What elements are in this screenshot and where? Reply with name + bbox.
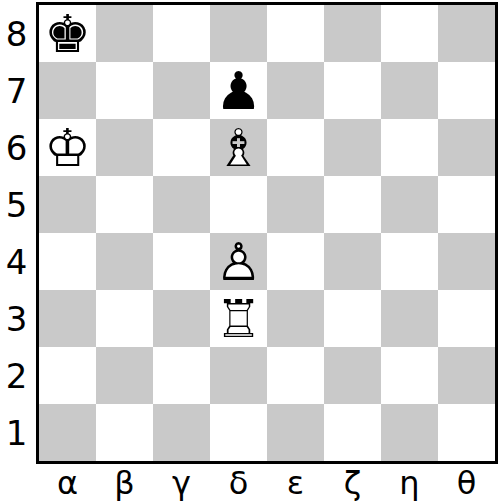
- square-a6[interactable]: ♚♔: [39, 119, 96, 176]
- square-d6[interactable]: ♝♗: [210, 119, 267, 176]
- rank-label-3: 3: [0, 290, 33, 347]
- square-a7[interactable]: [39, 62, 96, 119]
- square-f6[interactable]: [324, 119, 381, 176]
- square-h7[interactable]: [438, 62, 495, 119]
- square-a4[interactable]: [39, 233, 96, 290]
- square-d4[interactable]: ♟♙: [210, 233, 267, 290]
- square-b2[interactable]: [96, 347, 153, 404]
- square-g8[interactable]: [381, 5, 438, 62]
- square-g2[interactable]: [381, 347, 438, 404]
- piece-black-king: ♚: [39, 5, 96, 62]
- file-label-e: ε: [267, 464, 324, 502]
- rank-label-7: 7: [0, 62, 33, 119]
- file-label-c: γ: [153, 464, 210, 502]
- square-e8[interactable]: [267, 5, 324, 62]
- piece-white-king: ♚♔: [39, 119, 96, 176]
- square-c6[interactable]: [153, 119, 210, 176]
- square-e2[interactable]: [267, 347, 324, 404]
- square-c4[interactable]: [153, 233, 210, 290]
- file-labels: αβγδεζηθ: [39, 464, 495, 502]
- file-label-f: ζ: [324, 464, 381, 502]
- square-f2[interactable]: [324, 347, 381, 404]
- square-g3[interactable]: [381, 290, 438, 347]
- file-label-b: β: [96, 464, 153, 502]
- square-h6[interactable]: [438, 119, 495, 176]
- square-f4[interactable]: [324, 233, 381, 290]
- square-g5[interactable]: [381, 176, 438, 233]
- square-e5[interactable]: [267, 176, 324, 233]
- rank-label-4: 4: [0, 233, 33, 290]
- square-g6[interactable]: [381, 119, 438, 176]
- square-a3[interactable]: [39, 290, 96, 347]
- square-b5[interactable]: [96, 176, 153, 233]
- square-e1[interactable]: [267, 404, 324, 461]
- piece-white-pawn: ♟♙: [210, 233, 267, 290]
- square-d7[interactable]: ♟: [210, 62, 267, 119]
- square-a5[interactable]: [39, 176, 96, 233]
- piece-black-pawn: ♟: [210, 62, 267, 119]
- square-a2[interactable]: [39, 347, 96, 404]
- square-f3[interactable]: [324, 290, 381, 347]
- square-b6[interactable]: [96, 119, 153, 176]
- piece-white-bishop: ♝♗: [210, 119, 267, 176]
- file-label-h: θ: [438, 464, 495, 502]
- square-c2[interactable]: [153, 347, 210, 404]
- file-label-d: δ: [210, 464, 267, 502]
- square-c5[interactable]: [153, 176, 210, 233]
- square-d5[interactable]: [210, 176, 267, 233]
- file-label-g: η: [381, 464, 438, 502]
- square-h4[interactable]: [438, 233, 495, 290]
- white-king-icon: ♔: [39, 119, 96, 176]
- square-d2[interactable]: [210, 347, 267, 404]
- square-e7[interactable]: [267, 62, 324, 119]
- rank-labels: 87654321: [0, 5, 33, 461]
- square-e4[interactable]: [267, 233, 324, 290]
- chess-diagram: 87654321 ♚♟♚♔♝♗♟♙♜♖ αβγδεζηθ: [0, 0, 499, 502]
- rank-label-8: 8: [0, 5, 33, 62]
- square-c8[interactable]: [153, 5, 210, 62]
- square-b4[interactable]: [96, 233, 153, 290]
- square-h2[interactable]: [438, 347, 495, 404]
- square-d8[interactable]: [210, 5, 267, 62]
- square-f5[interactable]: [324, 176, 381, 233]
- square-c3[interactable]: [153, 290, 210, 347]
- rank-label-5: 5: [0, 176, 33, 233]
- white-bishop-icon: ♗: [210, 119, 267, 176]
- square-b8[interactable]: [96, 5, 153, 62]
- white-pawn-icon: ♙: [210, 233, 267, 290]
- piece-white-rook: ♜♖: [210, 290, 267, 347]
- square-g1[interactable]: [381, 404, 438, 461]
- square-b3[interactable]: [96, 290, 153, 347]
- square-h3[interactable]: [438, 290, 495, 347]
- square-d3[interactable]: ♜♖: [210, 290, 267, 347]
- square-a1[interactable]: [39, 404, 96, 461]
- rank-label-1: 1: [0, 404, 33, 461]
- chess-board: ♚♟♚♔♝♗♟♙♜♖: [36, 2, 498, 464]
- square-h8[interactable]: [438, 5, 495, 62]
- square-h5[interactable]: [438, 176, 495, 233]
- rank-label-2: 2: [0, 347, 33, 404]
- white-rook-icon: ♖: [210, 290, 267, 347]
- file-label-a: α: [39, 464, 96, 502]
- square-b7[interactable]: [96, 62, 153, 119]
- square-c7[interactable]: [153, 62, 210, 119]
- square-c1[interactable]: [153, 404, 210, 461]
- square-a8[interactable]: ♚: [39, 5, 96, 62]
- square-f8[interactable]: [324, 5, 381, 62]
- square-d1[interactable]: [210, 404, 267, 461]
- square-g4[interactable]: [381, 233, 438, 290]
- square-e3[interactable]: [267, 290, 324, 347]
- square-f7[interactable]: [324, 62, 381, 119]
- square-e6[interactable]: [267, 119, 324, 176]
- square-g7[interactable]: [381, 62, 438, 119]
- square-h1[interactable]: [438, 404, 495, 461]
- rank-label-6: 6: [0, 119, 33, 176]
- square-f1[interactable]: [324, 404, 381, 461]
- square-b1[interactable]: [96, 404, 153, 461]
